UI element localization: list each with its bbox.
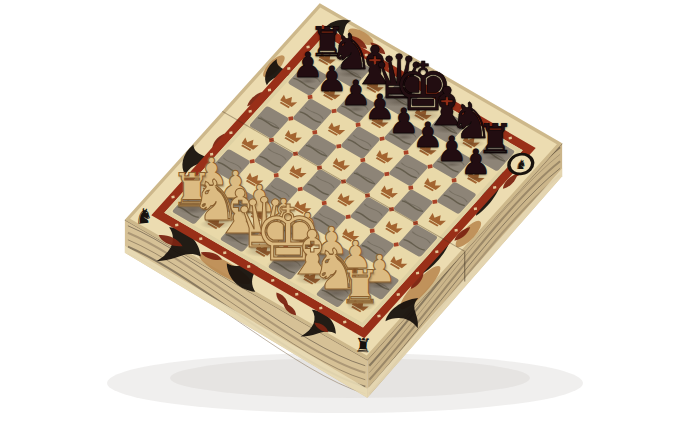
wooden-chess-set-photo: ♞♜♞ ♜♞♟♝♟♛♟♚♟♝♟♞♟♜♟♟♟♟♜♟♞♟♝♟♛♟♚♟♝♟♞♜ xyxy=(0,0,680,425)
pieces-layer: ♜♞♟♝♟♛♟♚♟♝♟♞♟♜♟♟♟♟♜♟♞♟♝♟♛♟♚♟♝♟♞♜ xyxy=(0,0,680,425)
piece-white-rook-h1[interactable]: ♜ xyxy=(339,264,380,310)
piece-black-pawn-h7[interactable]: ♟ xyxy=(460,146,491,181)
